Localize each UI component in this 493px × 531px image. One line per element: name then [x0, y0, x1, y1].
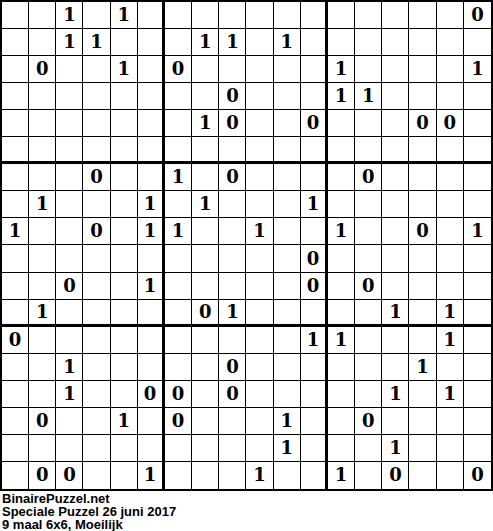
- cell-r10c9[interactable]: [219, 245, 246, 272]
- cell-r7c13[interactable]: [328, 164, 355, 191]
- cell-r12c1[interactable]: [2, 300, 29, 327]
- cell-r2c6[interactable]: [138, 29, 165, 56]
- cell-r18c7[interactable]: [165, 462, 192, 489]
- cell-r1c8[interactable]: [192, 2, 219, 29]
- cell-r15c10[interactable]: [246, 381, 273, 408]
- cell-r15c1[interactable]: [2, 381, 29, 408]
- cell-r13c9[interactable]: [219, 327, 246, 354]
- cell-r15c4[interactable]: [83, 381, 110, 408]
- cell-r15c8[interactable]: [192, 381, 219, 408]
- cell-r9c10: 1: [246, 218, 273, 245]
- cell-r3c14[interactable]: [355, 56, 382, 83]
- cell-r12c6[interactable]: [138, 300, 165, 327]
- cell-r3c3[interactable]: [56, 56, 83, 83]
- cell-r17c3[interactable]: [56, 435, 83, 462]
- cell-r2c9: 1: [219, 29, 246, 56]
- cell-r11c16[interactable]: [409, 273, 436, 300]
- cell-r7c10[interactable]: [246, 164, 273, 191]
- cell-r18c11[interactable]: [274, 462, 301, 489]
- cell-r13c6[interactable]: [138, 327, 165, 354]
- cell-r7c6[interactable]: [138, 164, 165, 191]
- cell-r1c10[interactable]: [246, 2, 273, 29]
- cell-r18c1[interactable]: [2, 462, 29, 489]
- cell-r17c13[interactable]: [328, 435, 355, 462]
- cell-r12c12[interactable]: [301, 300, 328, 327]
- cell-r10c10[interactable]: [246, 245, 273, 272]
- cell-r2c16[interactable]: [409, 29, 436, 56]
- cell-r11c7[interactable]: [165, 273, 192, 300]
- cell-r4c5[interactable]: [111, 83, 138, 110]
- cell-r17c8[interactable]: [192, 435, 219, 462]
- cell-r7c4: 0: [83, 164, 110, 191]
- cell-r9c5[interactable]: [111, 218, 138, 245]
- cell-r16c16[interactable]: [409, 408, 436, 435]
- cell-r7c11[interactable]: [274, 164, 301, 191]
- cell-r11c1[interactable]: [2, 273, 29, 300]
- cell-r13c16[interactable]: [409, 327, 436, 354]
- cell-r7c5[interactable]: [111, 164, 138, 191]
- cell-r16c2: 0: [29, 408, 56, 435]
- cell-r3c4[interactable]: [83, 56, 110, 83]
- cell-r6c13[interactable]: [328, 137, 355, 164]
- cell-r12c16[interactable]: [409, 300, 436, 327]
- cell-r6c3[interactable]: [56, 137, 83, 164]
- cell-r5c18[interactable]: [464, 110, 491, 137]
- cell-r13c15[interactable]: [382, 327, 409, 354]
- cell-r9c12[interactable]: [301, 218, 328, 245]
- cell-r17c16[interactable]: [409, 435, 436, 462]
- cell-r17c2[interactable]: [29, 435, 56, 462]
- cell-r2c17[interactable]: [437, 29, 464, 56]
- cell-r8c5[interactable]: [111, 191, 138, 218]
- cell-r3c17[interactable]: [437, 56, 464, 83]
- cell-r4c10[interactable]: [246, 83, 273, 110]
- cell-r6c8[interactable]: [192, 137, 219, 164]
- cell-r4c8[interactable]: [192, 83, 219, 110]
- cell-r18c5[interactable]: [111, 462, 138, 489]
- cell-r1c15[interactable]: [382, 2, 409, 29]
- cell-r3c8[interactable]: [192, 56, 219, 83]
- cell-r13c2[interactable]: [29, 327, 56, 354]
- cell-r18c14[interactable]: [355, 462, 382, 489]
- cell-r12c5[interactable]: [111, 300, 138, 327]
- cell-r10c13[interactable]: [328, 245, 355, 272]
- cell-r15c17: 1: [437, 381, 464, 408]
- cell-r13c18[interactable]: [464, 327, 491, 354]
- cell-r16c17[interactable]: [437, 408, 464, 435]
- cell-r13c12: 1: [301, 327, 328, 354]
- cell-r18c4[interactable]: [83, 462, 110, 489]
- cell-r12c10[interactable]: [246, 300, 273, 327]
- cell-r1c4[interactable]: [83, 2, 110, 29]
- cell-r1c2[interactable]: [29, 2, 56, 29]
- cell-r11c17[interactable]: [437, 273, 464, 300]
- cell-r16c15[interactable]: [382, 408, 409, 435]
- cell-r5c2[interactable]: [29, 110, 56, 137]
- cell-r17c1[interactable]: [2, 435, 29, 462]
- cell-r4c2[interactable]: [29, 83, 56, 110]
- cell-r6c1[interactable]: [2, 137, 29, 164]
- cell-r15c6: 0: [138, 381, 165, 408]
- cell-r7c14: 0: [355, 164, 382, 191]
- cell-r4c3[interactable]: [56, 83, 83, 110]
- cell-r7c3[interactable]: [56, 164, 83, 191]
- cell-r11c12: 0: [301, 273, 328, 300]
- cell-r5c15[interactable]: [382, 110, 409, 137]
- cell-r15c15: 1: [382, 381, 409, 408]
- cell-r10c14[interactable]: [355, 245, 382, 272]
- cell-r11c3: 0: [56, 273, 83, 300]
- cell-r1c13[interactable]: [328, 2, 355, 29]
- cell-r7c15[interactable]: [382, 164, 409, 191]
- cell-r5c4[interactable]: [83, 110, 110, 137]
- cell-r18c9[interactable]: [219, 462, 246, 489]
- cell-r15c2[interactable]: [29, 381, 56, 408]
- cell-r13c4[interactable]: [83, 327, 110, 354]
- cell-r10c6[interactable]: [138, 245, 165, 272]
- cell-r7c18[interactable]: [464, 164, 491, 191]
- cell-r3c13: 1: [328, 56, 355, 83]
- cell-r6c16[interactable]: [409, 137, 436, 164]
- cell-r18c17[interactable]: [437, 462, 464, 489]
- cell-r8c9[interactable]: [219, 191, 246, 218]
- cell-r12c4[interactable]: [83, 300, 110, 327]
- cell-r10c15[interactable]: [382, 245, 409, 272]
- cell-r10c16[interactable]: [409, 245, 436, 272]
- cell-r12c14[interactable]: [355, 300, 382, 327]
- cell-r4c6[interactable]: [138, 83, 165, 110]
- cell-r4c15[interactable]: [382, 83, 409, 110]
- cell-r1c12[interactable]: [301, 2, 328, 29]
- cell-r1c9[interactable]: [219, 2, 246, 29]
- cell-r2c11: 1: [274, 29, 301, 56]
- cell-r7c12[interactable]: [301, 164, 328, 191]
- cell-r10c7[interactable]: [165, 245, 192, 272]
- cell-r3c9[interactable]: [219, 56, 246, 83]
- cell-r7c17[interactable]: [437, 164, 464, 191]
- cell-r13c14[interactable]: [355, 327, 382, 354]
- cell-r17c12[interactable]: [301, 435, 328, 462]
- cell-r11c6: 1: [138, 273, 165, 300]
- cell-r16c11: 1: [274, 408, 301, 435]
- cell-r8c10[interactable]: [246, 191, 273, 218]
- cell-r16c9[interactable]: [219, 408, 246, 435]
- cell-r15c18[interactable]: [464, 381, 491, 408]
- cell-r6c12[interactable]: [301, 137, 328, 164]
- cell-r10c11[interactable]: [274, 245, 301, 272]
- cell-r16c7: 0: [165, 408, 192, 435]
- cell-r7c1[interactable]: [2, 164, 29, 191]
- cell-r3c5: 1: [111, 56, 138, 83]
- cell-r17c10[interactable]: [246, 435, 273, 462]
- cell-r1c3: 1: [56, 2, 83, 29]
- cell-r13c13: 1: [328, 327, 355, 354]
- cell-r8c4[interactable]: [83, 191, 110, 218]
- cell-r18c6: 1: [138, 462, 165, 489]
- cell-r1c11[interactable]: [274, 2, 301, 29]
- cell-r13c5[interactable]: [111, 327, 138, 354]
- cell-r9c9[interactable]: [219, 218, 246, 245]
- cell-r17c7[interactable]: [165, 435, 192, 462]
- cell-r13c10[interactable]: [246, 327, 273, 354]
- cell-r3c11[interactable]: [274, 56, 301, 83]
- cell-r10c2[interactable]: [29, 245, 56, 272]
- cell-r9c17[interactable]: [437, 218, 464, 245]
- cell-r16c8[interactable]: [192, 408, 219, 435]
- cell-r17c9[interactable]: [219, 435, 246, 462]
- cell-r14c9: 0: [219, 354, 246, 381]
- cell-r10c3[interactable]: [56, 245, 83, 272]
- cell-r16c1[interactable]: [2, 408, 29, 435]
- cell-r11c10[interactable]: [246, 273, 273, 300]
- cell-r3c7: 0: [165, 56, 192, 83]
- cell-r2c15[interactable]: [382, 29, 409, 56]
- cell-r14c5[interactable]: [111, 354, 138, 381]
- cell-r5c17: 0: [437, 110, 464, 137]
- cell-r9c14[interactable]: [355, 218, 382, 245]
- cell-r8c15[interactable]: [382, 191, 409, 218]
- cell-r3c16[interactable]: [409, 56, 436, 83]
- cell-r2c4: 1: [83, 29, 110, 56]
- cell-r6c7[interactable]: [165, 137, 192, 164]
- cell-r15c16[interactable]: [409, 381, 436, 408]
- cell-r4c18[interactable]: [464, 83, 491, 110]
- cell-r3c6[interactable]: [138, 56, 165, 83]
- cell-r1c16[interactable]: [409, 2, 436, 29]
- cell-r15c3: 1: [56, 381, 83, 408]
- cell-r2c1[interactable]: [2, 29, 29, 56]
- cell-r14c12[interactable]: [301, 354, 328, 381]
- cell-r4c1[interactable]: [2, 83, 29, 110]
- cell-r17c11: 1: [274, 435, 301, 462]
- cell-r6c9[interactable]: [219, 137, 246, 164]
- cell-r8c1[interactable]: [2, 191, 29, 218]
- cell-r9c18: 1: [464, 218, 491, 245]
- cell-r4c13: 1: [328, 83, 355, 110]
- cell-r13c8[interactable]: [192, 327, 219, 354]
- cell-r10c1[interactable]: [2, 245, 29, 272]
- cell-r9c2[interactable]: [29, 218, 56, 245]
- cell-r2c7[interactable]: [165, 29, 192, 56]
- cell-r15c11[interactable]: [274, 381, 301, 408]
- cell-r14c4[interactable]: [83, 354, 110, 381]
- cell-r15c14[interactable]: [355, 381, 382, 408]
- cell-r16c10[interactable]: [246, 408, 273, 435]
- cell-r2c10[interactable]: [246, 29, 273, 56]
- cell-r17c5[interactable]: [111, 435, 138, 462]
- cell-r2c18[interactable]: [464, 29, 491, 56]
- cell-r12c3[interactable]: [56, 300, 83, 327]
- cell-r14c17[interactable]: [437, 354, 464, 381]
- cell-r14c6[interactable]: [138, 354, 165, 381]
- cell-r4c7[interactable]: [165, 83, 192, 110]
- cell-r9c7: 1: [165, 218, 192, 245]
- cell-r5c14[interactable]: [355, 110, 382, 137]
- cell-r1c7[interactable]: [165, 2, 192, 29]
- cell-r16c3[interactable]: [56, 408, 83, 435]
- cell-r5c10[interactable]: [246, 110, 273, 137]
- cell-r8c14[interactable]: [355, 191, 382, 218]
- cell-r15c7: 0: [165, 381, 192, 408]
- cell-r8c3[interactable]: [56, 191, 83, 218]
- cell-r14c13[interactable]: [328, 354, 355, 381]
- cell-r1c17[interactable]: [437, 2, 464, 29]
- cell-r8c13[interactable]: [328, 191, 355, 218]
- cell-r11c15[interactable]: [382, 273, 409, 300]
- cell-r18c8[interactable]: [192, 462, 219, 489]
- cell-r7c2[interactable]: [29, 164, 56, 191]
- cell-r3c12[interactable]: [301, 56, 328, 83]
- cell-r16c18[interactable]: [464, 408, 491, 435]
- cell-r9c13: 1: [328, 218, 355, 245]
- cell-r10c8[interactable]: [192, 245, 219, 272]
- cell-r5c9: 0: [219, 110, 246, 137]
- cell-r16c6[interactable]: [138, 408, 165, 435]
- cell-r4c9: 0: [219, 83, 246, 110]
- cell-r12c13[interactable]: [328, 300, 355, 327]
- cell-r17c17[interactable]: [437, 435, 464, 462]
- cell-r9c11[interactable]: [274, 218, 301, 245]
- puzzle-subtitle: 9 maal 6x6, Moeilijk: [2, 518, 493, 531]
- cell-r3c15[interactable]: [382, 56, 409, 83]
- cell-r14c7[interactable]: [165, 354, 192, 381]
- cell-r13c7[interactable]: [165, 327, 192, 354]
- cell-r10c17[interactable]: [437, 245, 464, 272]
- cell-r12c11[interactable]: [274, 300, 301, 327]
- cell-r14c14[interactable]: [355, 354, 382, 381]
- cell-r4c11[interactable]: [274, 83, 301, 110]
- cell-r6c14[interactable]: [355, 137, 382, 164]
- cell-r12c7[interactable]: [165, 300, 192, 327]
- cell-r11c11[interactable]: [274, 273, 301, 300]
- cell-r6c11[interactable]: [274, 137, 301, 164]
- cell-r6c10[interactable]: [246, 137, 273, 164]
- cell-r6c18[interactable]: [464, 137, 491, 164]
- cell-r2c12[interactable]: [301, 29, 328, 56]
- cell-r1c5: 1: [111, 2, 138, 29]
- cell-r11c9[interactable]: [219, 273, 246, 300]
- cell-r6c17[interactable]: [437, 137, 464, 164]
- cell-r14c11[interactable]: [274, 354, 301, 381]
- cell-r17c15: 1: [382, 435, 409, 462]
- cell-r18c16[interactable]: [409, 462, 436, 489]
- cell-r11c8[interactable]: [192, 273, 219, 300]
- cell-r15c12[interactable]: [301, 381, 328, 408]
- cell-r12c2: 1: [29, 300, 56, 327]
- cell-r6c5[interactable]: [111, 137, 138, 164]
- cell-r10c5[interactable]: [111, 245, 138, 272]
- cell-r1c18: 0: [464, 2, 491, 29]
- cell-r9c8[interactable]: [192, 218, 219, 245]
- cell-r4c17[interactable]: [437, 83, 464, 110]
- cell-r15c5[interactable]: [111, 381, 138, 408]
- cell-r7c16[interactable]: [409, 164, 436, 191]
- cell-r5c3[interactable]: [56, 110, 83, 137]
- cell-r9c15[interactable]: [382, 218, 409, 245]
- cell-r14c18[interactable]: [464, 354, 491, 381]
- cell-r11c4[interactable]: [83, 273, 110, 300]
- cell-r7c8[interactable]: [192, 164, 219, 191]
- cell-r5c7[interactable]: [165, 110, 192, 137]
- cell-r13c3[interactable]: [56, 327, 83, 354]
- cell-r9c16: 0: [409, 218, 436, 245]
- cell-r6c4[interactable]: [83, 137, 110, 164]
- cell-r18c12[interactable]: [301, 462, 328, 489]
- cell-r5c11[interactable]: [274, 110, 301, 137]
- cell-r6c2[interactable]: [29, 137, 56, 164]
- cell-r13c11[interactable]: [274, 327, 301, 354]
- cell-r8c7[interactable]: [165, 191, 192, 218]
- cell-r5c6[interactable]: [138, 110, 165, 137]
- cell-r3c10[interactable]: [246, 56, 273, 83]
- cell-r5c1[interactable]: [2, 110, 29, 137]
- cell-r11c18[interactable]: [464, 273, 491, 300]
- cell-r1c1[interactable]: [2, 2, 29, 29]
- cell-r17c18[interactable]: [464, 435, 491, 462]
- cell-r10c18[interactable]: [464, 245, 491, 272]
- cell-r15c13[interactable]: [328, 381, 355, 408]
- cell-r6c6[interactable]: [138, 137, 165, 164]
- cell-r8c17[interactable]: [437, 191, 464, 218]
- cell-r4c12[interactable]: [301, 83, 328, 110]
- cell-r10c4[interactable]: [83, 245, 110, 272]
- cell-r1c14[interactable]: [355, 2, 382, 29]
- cell-r13c1: 0: [2, 327, 29, 354]
- cell-r16c4[interactable]: [83, 408, 110, 435]
- cell-r18c3: 0: [56, 462, 83, 489]
- cell-r5c13[interactable]: [328, 110, 355, 137]
- cell-r4c4[interactable]: [83, 83, 110, 110]
- cell-r5c5[interactable]: [111, 110, 138, 137]
- cell-r9c3[interactable]: [56, 218, 83, 245]
- cell-r8c2: 1: [29, 191, 56, 218]
- cell-r9c4: 0: [83, 218, 110, 245]
- cell-r5c8: 1: [192, 110, 219, 137]
- cell-r17c4[interactable]: [83, 435, 110, 462]
- cell-r14c2[interactable]: [29, 354, 56, 381]
- cell-r8c16[interactable]: [409, 191, 436, 218]
- cell-r14c8[interactable]: [192, 354, 219, 381]
- cell-r14c15[interactable]: [382, 354, 409, 381]
- cell-r3c1[interactable]: [2, 56, 29, 83]
- cell-r14c10[interactable]: [246, 354, 273, 381]
- cell-r11c5[interactable]: [111, 273, 138, 300]
- cell-r2c13[interactable]: [328, 29, 355, 56]
- cell-r4c16[interactable]: [409, 83, 436, 110]
- cell-r13c17: 1: [437, 327, 464, 354]
- cell-r16c12[interactable]: [301, 408, 328, 435]
- cell-r6c15[interactable]: [382, 137, 409, 164]
- cell-r17c6[interactable]: [138, 435, 165, 462]
- cell-r16c13[interactable]: [328, 408, 355, 435]
- cell-r8c11[interactable]: [274, 191, 301, 218]
- cell-r1c6[interactable]: [138, 2, 165, 29]
- cell-r2c5[interactable]: [111, 29, 138, 56]
- cell-r2c14[interactable]: [355, 29, 382, 56]
- cell-r8c18[interactable]: [464, 191, 491, 218]
- puzzle-sheet: 1101111101011011100000100111110111101001…: [0, 0, 493, 531]
- cell-r17c14[interactable]: [355, 435, 382, 462]
- cell-r2c2[interactable]: [29, 29, 56, 56]
- cell-r11c13[interactable]: [328, 273, 355, 300]
- cell-r11c2[interactable]: [29, 273, 56, 300]
- cell-r18c13: 1: [328, 462, 355, 489]
- cell-r12c18[interactable]: [464, 300, 491, 327]
- cell-r14c1[interactable]: [2, 354, 29, 381]
- cell-r16c14: 0: [355, 408, 382, 435]
- cell-r8c8: 1: [192, 191, 219, 218]
- cell-r8c12: 1: [301, 191, 328, 218]
